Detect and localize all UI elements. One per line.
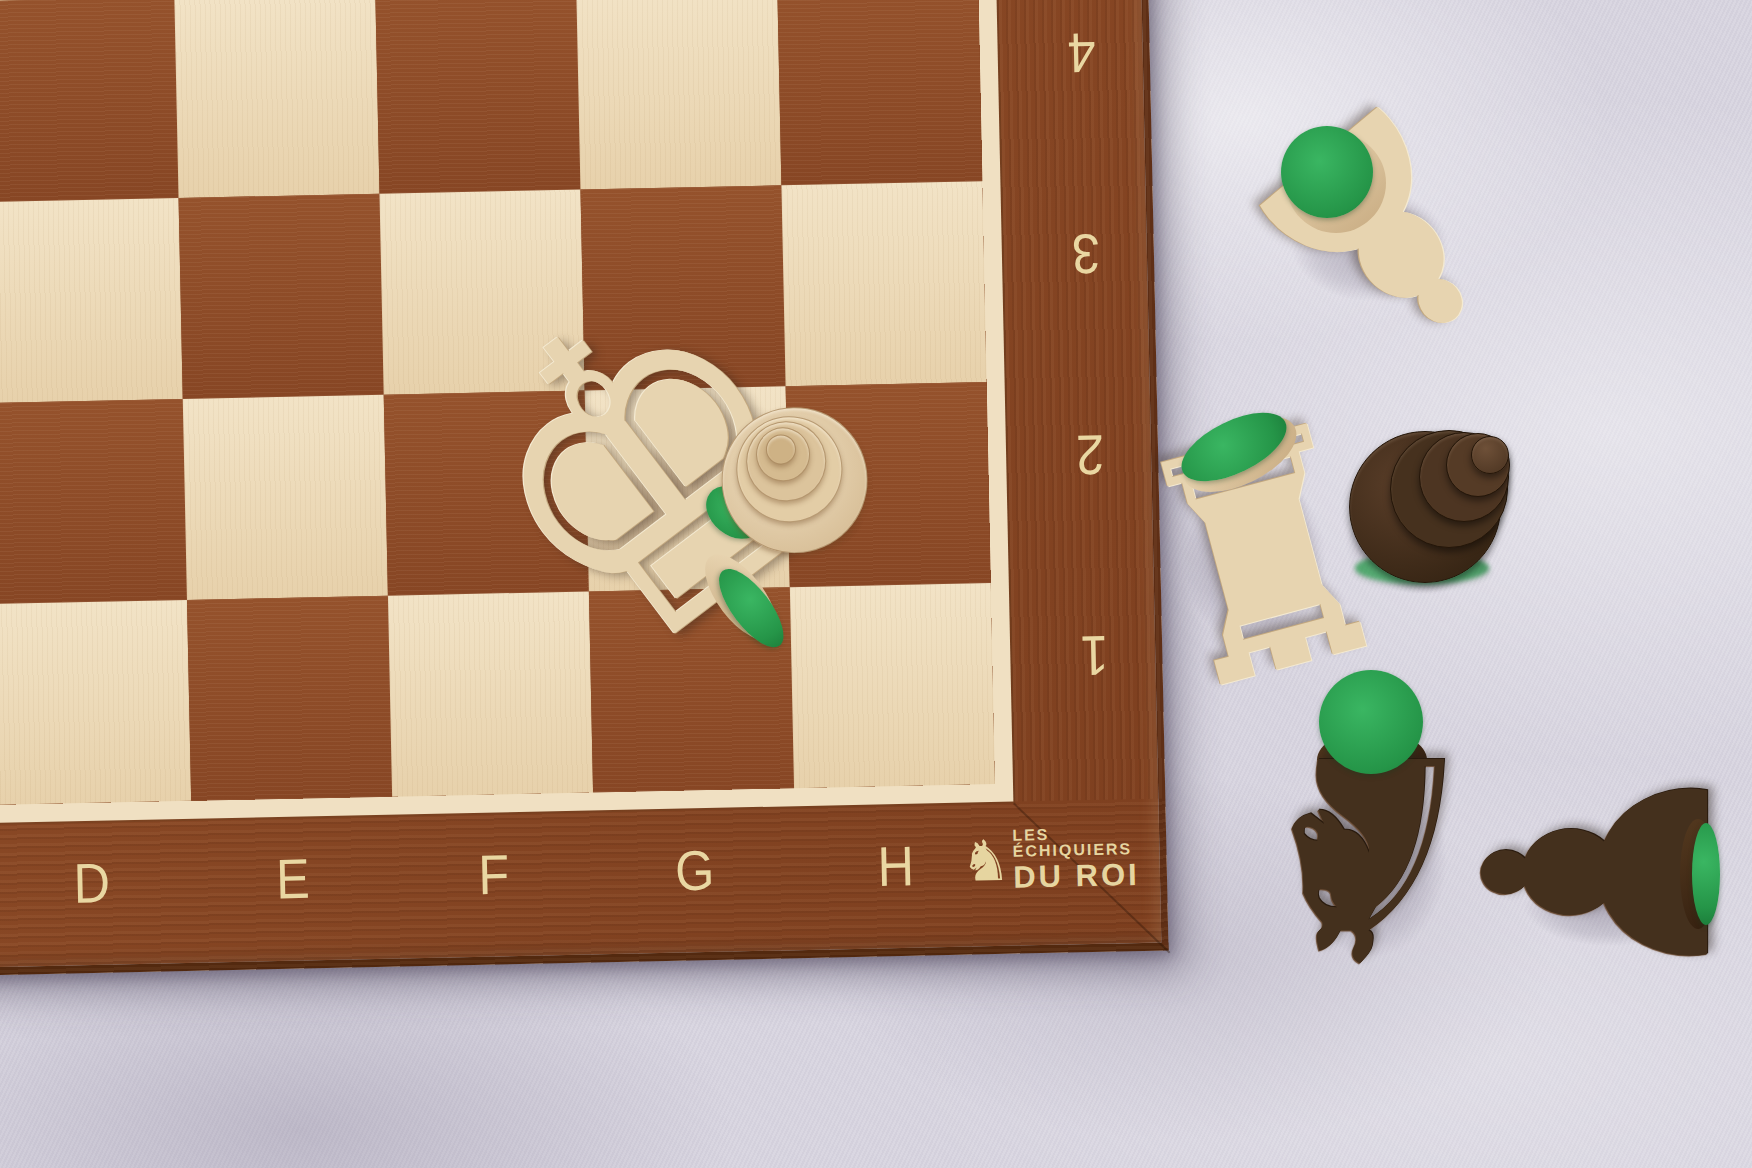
white-pawn-felt	[1281, 126, 1373, 218]
photo-scene: D E F G H 4 3 2 1 ♞ LES ÉCHIQUIERS DU RO…	[0, 0, 1752, 1168]
square-f1	[388, 591, 593, 796]
square-e1	[187, 596, 392, 801]
black-queen-knob	[1471, 436, 1509, 474]
square-h4	[777, 0, 982, 185]
square-d3	[0, 198, 183, 403]
square-e2	[183, 395, 388, 600]
brand-knight-icon: ♞	[960, 832, 1011, 889]
rank-label-2: 2	[1075, 422, 1104, 488]
black-knight-felt	[1319, 670, 1423, 774]
square-g4	[576, 0, 781, 190]
file-label-e: E	[275, 846, 310, 912]
black-pawn-felt	[1692, 823, 1720, 925]
rank-label-1: 1	[1080, 623, 1109, 689]
file-label-f: F	[478, 842, 510, 908]
square-f4	[375, 0, 580, 194]
square-d4	[0, 0, 179, 202]
square-e3	[179, 194, 384, 399]
rank-label-4: 4	[1067, 20, 1096, 86]
file-label-d: D	[73, 850, 111, 916]
brand-line2: DU ROI	[1013, 859, 1160, 893]
square-e4	[174, 0, 379, 198]
file-label-h: H	[877, 833, 915, 899]
square-d2	[0, 399, 187, 604]
square-h3	[781, 181, 986, 386]
brand-line1: LES ÉCHIQUIERS	[1012, 825, 1159, 860]
rank-label-3: 3	[1071, 221, 1100, 287]
file-label-g: G	[674, 837, 715, 903]
square-d1	[0, 600, 191, 805]
chess-board: D E F G H 4 3 2 1 ♞ LES ÉCHIQUIERS DU RO…	[0, 0, 1169, 991]
brand-logo: ♞ LES ÉCHIQUIERS DU ROI	[960, 825, 1160, 894]
